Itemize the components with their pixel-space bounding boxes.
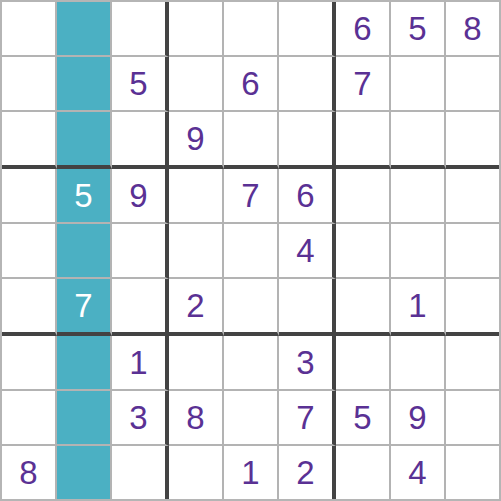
cell-digit: 3: [129, 401, 147, 434]
cell-digit: 4: [296, 234, 314, 267]
cell-digit: 6: [353, 12, 371, 45]
sudoku-cell-r4c5[interactable]: 7: [224, 169, 279, 224]
sudoku-cell-r7c1[interactable]: [2, 336, 57, 391]
sudoku-cell-r9c6[interactable]: 2: [279, 446, 336, 499]
cell-digit: 1: [408, 289, 426, 322]
sudoku-cell-r5c9[interactable]: [446, 224, 499, 279]
sudoku-cell-r4c3[interactable]: 9: [112, 169, 169, 224]
sudoku-cell-r1c2[interactable]: [57, 2, 112, 57]
sudoku-cell-r3c6[interactable]: [279, 112, 336, 169]
sudoku-cell-r3c5[interactable]: [224, 112, 279, 169]
sudoku-cell-r8c4[interactable]: 8: [169, 391, 224, 446]
sudoku-cell-r3c9[interactable]: [446, 112, 499, 169]
sudoku-cell-r1c7[interactable]: 6: [336, 2, 391, 57]
sudoku-cell-r1c8[interactable]: 5: [391, 2, 446, 57]
cell-digit: 2: [186, 289, 204, 322]
sudoku-cell-r2c6[interactable]: [279, 57, 336, 112]
cell-digit: 6: [296, 179, 314, 212]
sudoku-cell-r8c1[interactable]: [2, 391, 57, 446]
sudoku-cell-r7c8[interactable]: [391, 336, 446, 391]
sudoku-cell-r8c8[interactable]: 9: [391, 391, 446, 446]
sudoku-cell-r9c9[interactable]: [446, 446, 499, 499]
sudoku-cell-r4c2[interactable]: 5: [57, 169, 112, 224]
sudoku-cell-r4c9[interactable]: [446, 169, 499, 224]
sudoku-cell-r7c7[interactable]: [336, 336, 391, 391]
cell-digit: 5: [408, 12, 426, 45]
sudoku-cell-r2c8[interactable]: [391, 57, 446, 112]
sudoku-cell-r3c2[interactable]: [57, 112, 112, 169]
sudoku-cell-r2c1[interactable]: [2, 57, 57, 112]
sudoku-cell-r7c9[interactable]: [446, 336, 499, 391]
sudoku-cell-r6c8[interactable]: 1: [391, 279, 446, 336]
sudoku-cell-r6c6[interactable]: [279, 279, 336, 336]
sudoku-cell-r8c2[interactable]: [57, 391, 112, 446]
cell-digit: 6: [241, 67, 259, 100]
cell-digit: 7: [296, 401, 314, 434]
sudoku-cell-r8c3[interactable]: 3: [112, 391, 169, 446]
sudoku-cell-r4c7[interactable]: [336, 169, 391, 224]
sudoku-cell-r5c3[interactable]: [112, 224, 169, 279]
sudoku-cell-r9c7[interactable]: [336, 446, 391, 499]
sudoku-cell-r7c6[interactable]: 3: [279, 336, 336, 391]
cell-digit: 1: [241, 456, 259, 489]
sudoku-cell-r9c1[interactable]: 8: [2, 446, 57, 499]
sudoku-cell-r8c7[interactable]: 5: [336, 391, 391, 446]
sudoku-cell-r2c2[interactable]: [57, 57, 112, 112]
sudoku-cell-r8c9[interactable]: [446, 391, 499, 446]
sudoku-cell-r9c5[interactable]: 1: [224, 446, 279, 499]
sudoku-cell-r9c8[interactable]: 4: [391, 446, 446, 499]
sudoku-cell-r2c9[interactable]: [446, 57, 499, 112]
cell-digit: 2: [296, 456, 314, 489]
cell-digit: 3: [296, 346, 314, 379]
sudoku-cell-r1c6[interactable]: [279, 2, 336, 57]
sudoku-cell-r5c5[interactable]: [224, 224, 279, 279]
sudoku-cell-r5c7[interactable]: [336, 224, 391, 279]
sudoku-cell-r4c1[interactable]: [2, 169, 57, 224]
sudoku-cell-r6c9[interactable]: [446, 279, 499, 336]
sudoku-cell-r1c1[interactable]: [2, 2, 57, 57]
sudoku-cell-r8c6[interactable]: 7: [279, 391, 336, 446]
sudoku-cell-r1c5[interactable]: [224, 2, 279, 57]
cell-digit: 9: [408, 401, 426, 434]
sudoku-cell-r4c4[interactable]: [169, 169, 224, 224]
sudoku-cell-r6c1[interactable]: [2, 279, 57, 336]
sudoku-cell-r1c3[interactable]: [112, 2, 169, 57]
sudoku-board: 65856795976472113387598124: [0, 0, 501, 501]
sudoku-cell-r1c9[interactable]: 8: [446, 2, 499, 57]
sudoku-cell-r2c5[interactable]: 6: [224, 57, 279, 112]
sudoku-cell-r6c4[interactable]: 2: [169, 279, 224, 336]
sudoku-cell-r5c2[interactable]: [57, 224, 112, 279]
cell-digit: 7: [74, 289, 92, 322]
sudoku-cell-r9c3[interactable]: [112, 446, 169, 499]
sudoku-cell-r5c4[interactable]: [169, 224, 224, 279]
cell-digit: 5: [353, 401, 371, 434]
cell-digit: 9: [186, 122, 204, 155]
sudoku-cell-r3c1[interactable]: [2, 112, 57, 169]
cell-digit: 4: [408, 456, 426, 489]
cell-digit: 8: [19, 456, 37, 489]
sudoku-cell-r7c2[interactable]: [57, 336, 112, 391]
sudoku-cell-r6c5[interactable]: [224, 279, 279, 336]
sudoku-cell-r2c3[interactable]: 5: [112, 57, 169, 112]
sudoku-cell-r2c4[interactable]: [169, 57, 224, 112]
sudoku-cell-r3c4[interactable]: 9: [169, 112, 224, 169]
sudoku-cell-r5c8[interactable]: [391, 224, 446, 279]
sudoku-cell-r6c3[interactable]: [112, 279, 169, 336]
sudoku-cell-r4c6[interactable]: 6: [279, 169, 336, 224]
sudoku-cell-r3c3[interactable]: [112, 112, 169, 169]
cell-digit: 9: [129, 179, 147, 212]
cell-digit: 8: [186, 401, 204, 434]
sudoku-cell-r2c7[interactable]: 7: [336, 57, 391, 112]
sudoku-cell-r5c1[interactable]: [2, 224, 57, 279]
sudoku-cell-r8c5[interactable]: [224, 391, 279, 446]
cell-digit: 8: [463, 12, 481, 45]
sudoku-cell-r7c4[interactable]: [169, 336, 224, 391]
cell-digit: 1: [129, 346, 147, 379]
sudoku-cell-r7c5[interactable]: [224, 336, 279, 391]
sudoku-cell-r9c4[interactable]: [169, 446, 224, 499]
sudoku-cell-r4c8[interactable]: [391, 169, 446, 224]
cell-digit: 5: [74, 179, 92, 212]
cell-digit: 7: [241, 179, 259, 212]
sudoku-cell-r7c3[interactable]: 1: [112, 336, 169, 391]
cell-digit: 7: [353, 67, 371, 100]
sudoku-cell-r6c7[interactable]: [336, 279, 391, 336]
sudoku-cell-r9c2[interactable]: [57, 446, 112, 499]
sudoku-cell-r3c8[interactable]: [391, 112, 446, 169]
sudoku-cell-r6c2[interactable]: 7: [57, 279, 112, 336]
sudoku-cell-r3c7[interactable]: [336, 112, 391, 169]
sudoku-cell-r5c6[interactable]: 4: [279, 224, 336, 279]
cell-digit: 5: [129, 67, 147, 100]
sudoku-cell-r1c4[interactable]: [169, 2, 224, 57]
